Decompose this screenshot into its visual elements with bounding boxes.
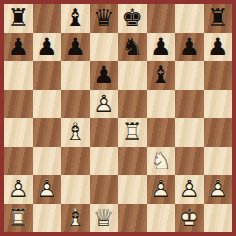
black-bishop[interactable]: ♝ xyxy=(147,61,176,90)
square-f3[interactable]: ♞♘ xyxy=(147,147,176,176)
black-knight-icon: ♞ xyxy=(118,33,147,62)
square-d5[interactable]: ♟♙ xyxy=(90,90,119,119)
square-c5[interactable] xyxy=(61,90,90,119)
square-h5[interactable] xyxy=(204,90,233,119)
square-a6[interactable] xyxy=(4,61,33,90)
black-pawn-icon: ♟ xyxy=(61,33,90,62)
white-pawn-outline-icon: ♙ xyxy=(175,175,204,204)
white-pawn[interactable]: ♟♙ xyxy=(90,90,119,119)
square-e4[interactable]: ♜♖ xyxy=(118,118,147,147)
square-d6[interactable]: ♟ xyxy=(90,61,119,90)
square-g1[interactable]: ♚♔ xyxy=(175,204,204,233)
square-a3[interactable] xyxy=(4,147,33,176)
square-f8[interactable] xyxy=(147,4,176,33)
square-f2[interactable]: ♟♙ xyxy=(147,175,176,204)
white-king[interactable]: ♚♔ xyxy=(175,204,204,233)
square-e6[interactable] xyxy=(118,61,147,90)
black-rook-icon: ♜ xyxy=(4,4,33,33)
black-pawn-icon: ♟ xyxy=(4,33,33,62)
square-g8[interactable] xyxy=(175,4,204,33)
square-h7[interactable]: ♟ xyxy=(204,33,233,62)
white-pawn[interactable]: ♟♙ xyxy=(147,175,176,204)
black-pawn-icon: ♟ xyxy=(33,33,62,62)
square-h6[interactable] xyxy=(204,61,233,90)
black-rook[interactable]: ♜ xyxy=(4,4,33,33)
chess-board-frame: ♜♝♛♚♜♟♟♟♞♟♟♟♟♝♟♙♝♗♜♖♞♘♟♙♟♙♟♙♟♙♟♙♜♖♝♗♛♕♚♔ xyxy=(0,0,236,236)
square-h4[interactable] xyxy=(204,118,233,147)
square-h8[interactable]: ♜ xyxy=(204,4,233,33)
white-pawn[interactable]: ♟♙ xyxy=(204,175,233,204)
square-a8[interactable]: ♜ xyxy=(4,4,33,33)
square-c2[interactable] xyxy=(61,175,90,204)
white-pawn[interactable]: ♟♙ xyxy=(4,175,33,204)
black-king-icon: ♚ xyxy=(118,4,147,33)
square-e7[interactable]: ♞ xyxy=(118,33,147,62)
white-knight-outline-icon: ♘ xyxy=(147,147,176,176)
square-b3[interactable] xyxy=(33,147,62,176)
square-b7[interactable]: ♟ xyxy=(33,33,62,62)
square-f1[interactable] xyxy=(147,204,176,233)
square-d1[interactable]: ♛♕ xyxy=(90,204,119,233)
square-a4[interactable] xyxy=(4,118,33,147)
black-bishop-icon: ♝ xyxy=(147,61,176,90)
black-pawn[interactable]: ♟ xyxy=(90,61,119,90)
square-a1[interactable]: ♜♖ xyxy=(4,204,33,233)
black-pawn-icon: ♟ xyxy=(90,61,119,90)
black-knight[interactable]: ♞ xyxy=(118,33,147,62)
black-pawn[interactable]: ♟ xyxy=(147,33,176,62)
square-b4[interactable] xyxy=(33,118,62,147)
white-pawn-outline-icon: ♙ xyxy=(147,175,176,204)
square-h2[interactable]: ♟♙ xyxy=(204,175,233,204)
white-king-outline-icon: ♔ xyxy=(175,204,204,233)
square-b2[interactable]: ♟♙ xyxy=(33,175,62,204)
square-d8[interactable]: ♛ xyxy=(90,4,119,33)
square-d3[interactable] xyxy=(90,147,119,176)
white-queen-outline-icon: ♕ xyxy=(90,204,119,233)
white-rook-outline-icon: ♖ xyxy=(4,204,33,233)
black-pawn-icon: ♟ xyxy=(175,33,204,62)
white-bishop[interactable]: ♝♗ xyxy=(61,118,90,147)
square-f7[interactable]: ♟ xyxy=(147,33,176,62)
black-pawn-icon: ♟ xyxy=(147,33,176,62)
black-rook[interactable]: ♜ xyxy=(204,4,233,33)
square-b8[interactable] xyxy=(33,4,62,33)
square-c8[interactable]: ♝ xyxy=(61,4,90,33)
white-pawn-outline-icon: ♙ xyxy=(204,175,233,204)
square-b5[interactable] xyxy=(33,90,62,119)
square-g7[interactable]: ♟ xyxy=(175,33,204,62)
square-b6[interactable] xyxy=(33,61,62,90)
square-e3[interactable] xyxy=(118,147,147,176)
black-king[interactable]: ♚ xyxy=(118,4,147,33)
square-a7[interactable]: ♟ xyxy=(4,33,33,62)
white-bishop[interactable]: ♝♗ xyxy=(61,204,90,233)
square-e2[interactable] xyxy=(118,175,147,204)
square-c7[interactable]: ♟ xyxy=(61,33,90,62)
black-rook-icon: ♜ xyxy=(204,4,233,33)
square-b1[interactable] xyxy=(33,204,62,233)
white-queen[interactable]: ♛♕ xyxy=(90,204,119,233)
black-queen[interactable]: ♛ xyxy=(90,4,119,33)
black-pawn[interactable]: ♟ xyxy=(175,33,204,62)
black-pawn[interactable]: ♟ xyxy=(33,33,62,62)
square-f6[interactable]: ♝ xyxy=(147,61,176,90)
square-c1[interactable]: ♝♗ xyxy=(61,204,90,233)
white-pawn-outline-icon: ♙ xyxy=(4,175,33,204)
square-g5[interactable] xyxy=(175,90,204,119)
square-h3[interactable] xyxy=(204,147,233,176)
white-rook[interactable]: ♜♖ xyxy=(118,118,147,147)
square-e8[interactable]: ♚ xyxy=(118,4,147,33)
square-g2[interactable]: ♟♙ xyxy=(175,175,204,204)
square-c6[interactable] xyxy=(61,61,90,90)
square-e1[interactable] xyxy=(118,204,147,233)
black-bishop[interactable]: ♝ xyxy=(61,4,90,33)
chess-board-grid: ♜♝♛♚♜♟♟♟♞♟♟♟♟♝♟♙♝♗♜♖♞♘♟♙♟♙♟♙♟♙♟♙♜♖♝♗♛♕♚♔ xyxy=(4,4,232,232)
square-c4[interactable]: ♝♗ xyxy=(61,118,90,147)
square-h1[interactable] xyxy=(204,204,233,233)
white-pawn[interactable]: ♟♙ xyxy=(33,175,62,204)
white-pawn-outline-icon: ♙ xyxy=(90,90,119,119)
square-f4[interactable] xyxy=(147,118,176,147)
square-d4[interactable] xyxy=(90,118,119,147)
square-g3[interactable] xyxy=(175,147,204,176)
white-knight[interactable]: ♞♘ xyxy=(147,147,176,176)
square-a5[interactable] xyxy=(4,90,33,119)
black-pawn-icon: ♟ xyxy=(204,33,233,62)
white-rook-outline-icon: ♖ xyxy=(118,118,147,147)
square-g4[interactable] xyxy=(175,118,204,147)
square-a2[interactable]: ♟♙ xyxy=(4,175,33,204)
square-g6[interactable] xyxy=(175,61,204,90)
white-pawn-outline-icon: ♙ xyxy=(33,175,62,204)
white-bishop-outline-icon: ♗ xyxy=(61,204,90,233)
white-pawn[interactable]: ♟♙ xyxy=(175,175,204,204)
square-e5[interactable] xyxy=(118,90,147,119)
white-rook[interactable]: ♜♖ xyxy=(4,204,33,233)
square-d2[interactable] xyxy=(90,175,119,204)
black-pawn[interactable]: ♟ xyxy=(4,33,33,62)
black-pawn[interactable]: ♟ xyxy=(61,33,90,62)
square-f5[interactable] xyxy=(147,90,176,119)
black-bishop-icon: ♝ xyxy=(61,4,90,33)
black-queen-icon: ♛ xyxy=(90,4,119,33)
square-d7[interactable] xyxy=(90,33,119,62)
square-c3[interactable] xyxy=(61,147,90,176)
black-pawn[interactable]: ♟ xyxy=(204,33,233,62)
white-bishop-outline-icon: ♗ xyxy=(61,118,90,147)
